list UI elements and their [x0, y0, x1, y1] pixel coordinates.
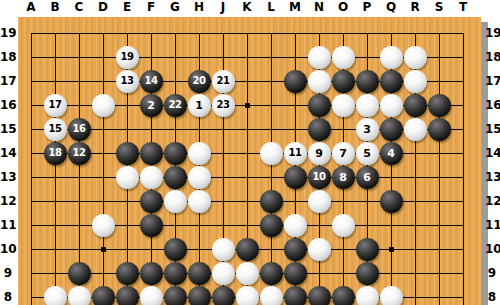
move-number-12: 12 — [73, 148, 86, 158]
column-label-E: E — [117, 0, 137, 15]
move-number-18: 18 — [49, 148, 62, 158]
black-stone-L9[interactable] — [260, 262, 283, 285]
black-stone-S15[interactable] — [428, 118, 451, 141]
row-label-left-9: 9 — [0, 265, 16, 281]
black-stone-Q14[interactable]: 4 — [380, 142, 403, 165]
star-point-D10 — [101, 247, 106, 252]
white-stone-H12[interactable] — [188, 190, 211, 213]
black-stone-J8[interactable] — [212, 286, 235, 305]
black-stone-P10[interactable] — [356, 238, 379, 261]
row-label-right-10: 10 — [485, 241, 499, 257]
black-stone-B14[interactable]: 18 — [44, 142, 67, 165]
white-stone-B8[interactable] — [44, 286, 67, 305]
column-label-S: S — [429, 0, 449, 15]
black-stone-M13[interactable] — [284, 166, 307, 189]
column-label-T: T — [453, 0, 473, 15]
black-stone-F9[interactable] — [140, 262, 163, 285]
white-stone-D11[interactable] — [92, 214, 115, 237]
row-label-right-13: 13 — [485, 169, 499, 185]
row-label-right-11: 11 — [485, 217, 499, 233]
row-label-right-14: 14 — [485, 145, 499, 161]
white-stone-K8[interactable] — [236, 286, 259, 305]
black-stone-M17[interactable] — [284, 70, 307, 93]
black-stone-F14[interactable] — [140, 142, 163, 165]
white-stone-G12[interactable] — [164, 190, 187, 213]
row-label-left-16: 16 — [0, 97, 16, 113]
black-stone-Q17[interactable] — [380, 70, 403, 93]
black-stone-F16[interactable]: 2 — [140, 94, 163, 117]
column-label-J: J — [213, 0, 233, 15]
black-stone-G14[interactable] — [164, 142, 187, 165]
move-number-1: 1 — [195, 100, 203, 111]
white-stone-P15[interactable]: 3 — [356, 118, 379, 141]
white-stone-N18[interactable] — [308, 46, 331, 69]
row-label-right-15: 15 — [485, 121, 499, 137]
move-number-10: 10 — [313, 172, 326, 182]
move-number-23: 23 — [217, 100, 230, 110]
white-stone-N17[interactable] — [308, 70, 331, 93]
white-stone-Q8[interactable] — [380, 286, 403, 305]
white-stone-P14[interactable]: 5 — [356, 142, 379, 165]
move-number-14: 14 — [145, 76, 158, 86]
row-label-right-9: 9 — [485, 265, 499, 281]
black-stone-O17[interactable] — [332, 70, 355, 93]
move-number-6: 6 — [363, 172, 371, 183]
black-stone-E8[interactable] — [116, 286, 139, 305]
move-number-4: 4 — [387, 148, 395, 159]
move-number-9: 9 — [315, 148, 323, 159]
white-stone-O14[interactable]: 7 — [332, 142, 355, 165]
black-stone-F11[interactable] — [140, 214, 163, 237]
black-stone-E9[interactable] — [116, 262, 139, 285]
move-number-5: 5 — [363, 148, 371, 159]
white-stone-N10[interactable] — [308, 238, 331, 261]
white-stone-H13[interactable] — [188, 166, 211, 189]
black-stone-P13[interactable]: 6 — [356, 166, 379, 189]
white-stone-B15[interactable]: 15 — [44, 118, 67, 141]
black-stone-S16[interactable] — [428, 94, 451, 117]
black-stone-G16[interactable]: 22 — [164, 94, 187, 117]
white-stone-H14[interactable] — [188, 142, 211, 165]
row-label-right-8: 8 — [485, 289, 499, 305]
row-label-left-19: 19 — [0, 25, 16, 41]
move-number-13: 13 — [121, 76, 134, 86]
column-label-A: A — [21, 0, 41, 15]
black-stone-G8[interactable] — [164, 286, 187, 305]
white-stone-O16[interactable] — [332, 94, 355, 117]
column-label-Q: Q — [381, 0, 401, 15]
white-stone-F13[interactable] — [140, 166, 163, 189]
black-stone-N8[interactable] — [308, 286, 331, 305]
white-stone-R15[interactable] — [404, 118, 427, 141]
black-stone-F12[interactable] — [140, 190, 163, 213]
row-label-right-17: 17 — [485, 73, 499, 89]
move-number-8: 8 — [339, 172, 347, 183]
black-stone-D8[interactable] — [92, 286, 115, 305]
column-label-R: R — [405, 0, 425, 15]
column-label-M: M — [285, 0, 305, 15]
black-stone-M10[interactable] — [284, 238, 307, 261]
white-stone-E13[interactable] — [116, 166, 139, 189]
row-label-right-19: 19 — [485, 25, 499, 41]
column-label-P: P — [357, 0, 377, 15]
black-stone-O8[interactable] — [332, 286, 355, 305]
white-stone-N14[interactable]: 9 — [308, 142, 331, 165]
row-label-left-12: 12 — [0, 193, 16, 209]
white-stone-D16[interactable] — [92, 94, 115, 117]
white-stone-P16[interactable] — [356, 94, 379, 117]
white-stone-J16[interactable]: 23 — [212, 94, 235, 117]
column-label-C: C — [69, 0, 89, 15]
black-stone-G9[interactable] — [164, 262, 187, 285]
black-stone-K10[interactable] — [236, 238, 259, 261]
white-stone-J10[interactable] — [212, 238, 235, 261]
black-stone-C9[interactable] — [68, 262, 91, 285]
black-stone-G10[interactable] — [164, 238, 187, 261]
white-stone-O11[interactable] — [332, 214, 355, 237]
white-stone-Q18[interactable] — [380, 46, 403, 69]
row-label-left-14: 14 — [0, 145, 16, 161]
star-point-Q10 — [389, 247, 394, 252]
row-label-left-10: 10 — [0, 241, 16, 257]
row-label-left-13: 13 — [0, 169, 16, 185]
white-stone-L8[interactable] — [260, 286, 283, 305]
column-label-N: N — [309, 0, 329, 15]
black-stone-H17[interactable]: 20 — [188, 70, 211, 93]
black-stone-M9[interactable] — [284, 262, 307, 285]
move-number-16: 16 — [73, 124, 86, 134]
star-point-K16 — [245, 103, 250, 108]
move-number-2: 2 — [147, 100, 155, 111]
black-stone-G13[interactable] — [164, 166, 187, 189]
black-stone-H9[interactable] — [188, 262, 211, 285]
black-stone-Q15[interactable] — [380, 118, 403, 141]
move-number-17: 17 — [49, 100, 62, 110]
move-number-21: 21 — [217, 76, 230, 86]
black-stone-L12[interactable] — [260, 190, 283, 213]
white-stone-L14[interactable] — [260, 142, 283, 165]
white-stone-O18[interactable] — [332, 46, 355, 69]
column-label-G: G — [165, 0, 185, 15]
black-stone-Q12[interactable] — [380, 190, 403, 213]
white-stone-B16[interactable]: 17 — [44, 94, 67, 117]
row-label-left-15: 15 — [0, 121, 16, 137]
white-stone-E18[interactable]: 19 — [116, 46, 139, 69]
black-stone-N13[interactable]: 10 — [308, 166, 331, 189]
white-stone-P8[interactable] — [356, 286, 379, 305]
column-label-K: K — [237, 0, 257, 15]
black-stone-N16[interactable] — [308, 94, 331, 117]
white-stone-H16[interactable]: 1 — [188, 94, 211, 117]
row-label-left-8: 8 — [0, 289, 16, 305]
black-stone-O13[interactable]: 8 — [332, 166, 355, 189]
black-stone-C15[interactable]: 16 — [68, 118, 91, 141]
white-stone-E17[interactable]: 13 — [116, 70, 139, 93]
white-stone-R17[interactable] — [404, 70, 427, 93]
black-stone-R16[interactable] — [404, 94, 427, 117]
column-label-O: O — [333, 0, 353, 15]
white-stone-F8[interactable] — [140, 286, 163, 305]
white-stone-J17[interactable]: 21 — [212, 70, 235, 93]
move-number-15: 15 — [49, 124, 62, 134]
black-stone-N15[interactable] — [308, 118, 331, 141]
white-stone-Q16[interactable] — [380, 94, 403, 117]
black-stone-L11[interactable] — [260, 214, 283, 237]
black-stone-E14[interactable] — [116, 142, 139, 165]
column-label-L: L — [261, 0, 281, 15]
white-stone-M14[interactable]: 11 — [284, 142, 307, 165]
move-number-3: 3 — [363, 124, 371, 135]
row-label-right-16: 16 — [485, 97, 499, 113]
move-number-19: 19 — [121, 52, 134, 62]
move-number-20: 20 — [193, 76, 206, 86]
black-stone-M8[interactable] — [284, 286, 307, 305]
black-stone-C14[interactable]: 12 — [68, 142, 91, 165]
column-label-B: B — [45, 0, 65, 15]
row-label-left-18: 18 — [0, 49, 16, 65]
move-number-22: 22 — [169, 100, 182, 110]
row-label-left-11: 11 — [0, 217, 16, 233]
column-label-H: H — [189, 0, 209, 15]
white-stone-R18[interactable] — [404, 46, 427, 69]
column-label-D: D — [93, 0, 113, 15]
row-label-right-18: 18 — [485, 49, 499, 65]
go-diagram-screen: ABCDEFGHJKLMNOPQRST 19181716151413121110… — [0, 0, 500, 305]
column-label-F: F — [141, 0, 161, 15]
move-number-7: 7 — [339, 148, 347, 159]
white-stone-M11[interactable] — [284, 214, 307, 237]
black-stone-F17[interactable]: 14 — [140, 70, 163, 93]
black-stone-P9[interactable] — [356, 262, 379, 285]
row-label-left-17: 17 — [0, 73, 16, 89]
white-stone-J9[interactable] — [212, 262, 235, 285]
white-stone-K9[interactable] — [236, 262, 259, 285]
white-stone-N12[interactable] — [308, 190, 331, 213]
black-stone-H8[interactable] — [188, 286, 211, 305]
black-stone-P17[interactable] — [356, 70, 379, 93]
white-stone-C8[interactable] — [68, 286, 91, 305]
move-number-11: 11 — [289, 148, 302, 158]
row-label-right-12: 12 — [485, 193, 499, 209]
